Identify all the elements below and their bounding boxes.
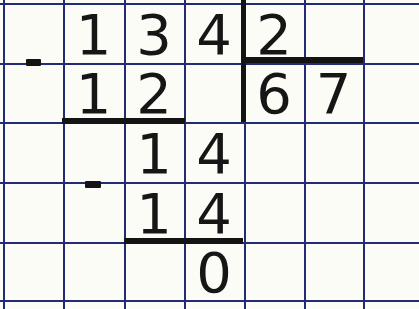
dividend-digit: 1 [63,3,124,63]
divisor-digit: 2 [244,3,304,63]
subtraction-underline [124,238,243,244]
subtrahend-digit: 2 [124,63,184,122]
brought-down-digit: 4 [184,122,244,182]
subtrahend-digit: 4 [184,182,244,242]
final-remainder-digit: 0 [184,242,244,300]
remainder-digit: 1 [124,122,184,182]
subtrahend-digit: 1 [63,63,124,122]
division-bracket-horizontal-line [241,57,363,63]
digit-grid: 1 3 4 2 1 2 6 7 1 4 1 4 0 [3,3,419,309]
minus-sign [85,181,101,188]
subtraction-underline [62,118,185,124]
long-division-worksheet: 1 3 4 2 1 2 6 7 1 4 1 4 0 [0,0,419,309]
dividend-digit: 4 [184,3,244,63]
quotient-digit: 7 [304,63,363,122]
minus-sign [26,59,41,66]
quotient-digit: 6 [244,63,304,122]
subtrahend-digit: 1 [124,182,184,242]
dividend-digit: 3 [124,3,184,63]
